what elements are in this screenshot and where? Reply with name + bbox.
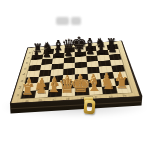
piece-black-p-b7[interactable]: ♟ — [42, 48, 51, 58]
brass-clasp-loop-icon[interactable] — [83, 100, 95, 115]
piece-white-r-h1[interactable]: ♜ — [115, 77, 128, 92]
piece-white-n-g1[interactable]: ♞ — [101, 76, 116, 92]
watermark-smudge-1 — [56, 17, 69, 25]
piece-black-p-f7[interactable]: ♟ — [86, 45, 95, 56]
piece-black-p-e7[interactable]: ♟ — [75, 46, 84, 57]
piece-black-p-c7[interactable]: ♟ — [53, 47, 62, 57]
watermark-smudge-2 — [71, 17, 81, 25]
brass-clasp-hole — [86, 103, 92, 112]
chess-set-photo: abcdefgh87654321 ♜♞♝♛♚♝♞♜♟♟♟♟♟♟♟♟♟♟♟♟♟♟♟… — [0, 0, 150, 150]
piece-black-p-h7[interactable]: ♟ — [108, 43, 118, 54]
piece-white-r-a1[interactable]: ♜ — [21, 82, 34, 97]
piece-black-p-a7[interactable]: ♟ — [32, 49, 41, 59]
piece-black-p-g7[interactable]: ♟ — [97, 44, 106, 55]
piece-black-p-d7[interactable]: ♟ — [64, 47, 73, 57]
